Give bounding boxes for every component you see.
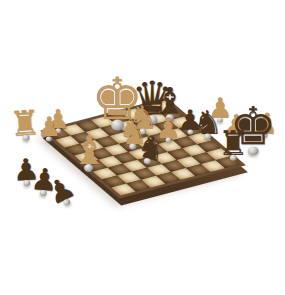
white-bishop-icon: ♝ — [71, 134, 107, 166]
pieces-layer: ♟♟♝♚♞♞♟♛♝♟♞♞♜♚♜♟♟♟♟♟♟ — [0, 0, 285, 295]
steel-ball-base-icon — [46, 136, 52, 141]
piece-white-bishop-c6[interactable]: ♝ — [71, 134, 107, 172]
piece-black-knight-e3[interactable]: ♞ — [134, 133, 168, 168]
steel-ball-base-icon — [229, 155, 236, 161]
black-pawn-icon: ♟ — [44, 174, 79, 207]
steel-ball-base-icon — [248, 146, 259, 155]
white-rook-icon: ♜ — [9, 109, 41, 138]
piece-white-rook-off-board-left[interactable]: ♜ — [9, 109, 42, 142]
product-photo: ♟♟♝♚♞♞♟♛♝♟♞♞♜♚♜♟♟♟♟♟♟ — [0, 0, 285, 295]
black-rook-icon: ♜ — [218, 130, 248, 157]
piece-black-pawn-off-board-corner[interactable]: ♟ — [44, 174, 80, 211]
piece-black-rook-g1[interactable]: ♜ — [218, 130, 248, 161]
black-knight-icon: ♞ — [134, 133, 167, 164]
